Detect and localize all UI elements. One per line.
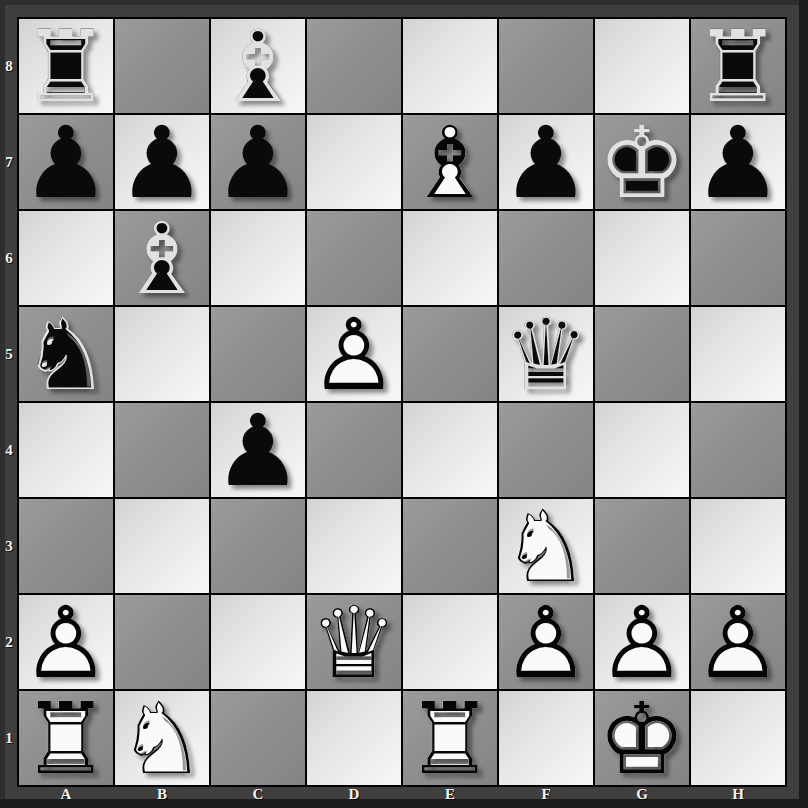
square-e4[interactable]	[402, 402, 498, 498]
piece-fill-glyph: ♛	[498, 306, 594, 402]
square-a2[interactable]: ♟♙	[18, 594, 114, 690]
piece-black-pawn[interactable]: ♟	[18, 114, 114, 210]
square-a6[interactable]	[18, 210, 114, 306]
piece-line-glyph: ♙	[498, 594, 594, 690]
rank-label-3: 3	[0, 498, 18, 594]
rank-label-6: 6	[0, 210, 18, 306]
piece-white-king[interactable]: ♚♔	[594, 690, 690, 786]
piece-line-glyph: ♘	[498, 498, 594, 594]
square-g5[interactable]	[594, 306, 690, 402]
piece-fill-glyph: ♟	[498, 594, 594, 690]
rank-label-2: 2	[0, 594, 18, 690]
square-b8[interactable]	[114, 18, 210, 114]
piece-fill-glyph: ♟	[594, 594, 690, 690]
square-a1[interactable]: ♜♖	[18, 690, 114, 786]
piece-line-glyph: ♖	[18, 690, 114, 786]
square-g1[interactable]: ♚♔	[594, 690, 690, 786]
square-a4[interactable]	[18, 402, 114, 498]
piece-white-pawn[interactable]: ♟♙	[594, 594, 690, 690]
piece-line-glyph: ♖	[18, 18, 114, 114]
square-b7[interactable]: ♟	[114, 114, 210, 210]
piece-fill-glyph: ♟	[114, 114, 210, 210]
piece-black-rook[interactable]: ♜♖	[690, 18, 786, 114]
piece-line-glyph: ♗	[402, 114, 498, 210]
file-label-b: B	[114, 786, 210, 802]
piece-line-glyph: ♗	[210, 18, 306, 114]
square-e6[interactable]	[402, 210, 498, 306]
rank-label-4: 4	[0, 402, 18, 498]
piece-fill-glyph: ♜	[18, 690, 114, 786]
piece-fill-glyph: ♛	[306, 594, 402, 690]
piece-line-glyph: ♙	[306, 306, 402, 402]
rank-labels: 87654321	[0, 18, 18, 786]
file-label-f: F	[498, 786, 594, 802]
file-label-a: A	[18, 786, 114, 802]
square-g8[interactable]	[594, 18, 690, 114]
piece-black-queen[interactable]: ♛♕	[498, 306, 594, 402]
piece-white-pawn[interactable]: ♟♙	[498, 594, 594, 690]
piece-black-bishop[interactable]: ♝♗	[210, 18, 306, 114]
square-h3[interactable]	[690, 498, 786, 594]
piece-white-rook[interactable]: ♜♖	[402, 690, 498, 786]
piece-fill-glyph: ♜	[690, 18, 786, 114]
square-e8[interactable]	[402, 18, 498, 114]
piece-white-rook[interactable]: ♜♖	[18, 690, 114, 786]
piece-fill-glyph: ♟	[18, 114, 114, 210]
square-b6[interactable]: ♝♗	[114, 210, 210, 306]
piece-white-pawn[interactable]: ♟♙	[18, 594, 114, 690]
square-b2[interactable]	[114, 594, 210, 690]
piece-line-glyph: ♙	[690, 594, 786, 690]
piece-line-glyph: ♕	[498, 306, 594, 402]
piece-fill-glyph: ♚	[594, 690, 690, 786]
square-b5[interactable]	[114, 306, 210, 402]
piece-fill-glyph: ♞	[498, 498, 594, 594]
square-b1[interactable]: ♞♘	[114, 690, 210, 786]
square-a3[interactable]	[18, 498, 114, 594]
square-h4[interactable]	[690, 402, 786, 498]
square-g2[interactable]: ♟♙	[594, 594, 690, 690]
square-f2[interactable]: ♟♙	[498, 594, 594, 690]
square-d1[interactable]	[306, 690, 402, 786]
piece-line-glyph: ♘	[114, 690, 210, 786]
square-f1[interactable]	[498, 690, 594, 786]
square-h5[interactable]	[690, 306, 786, 402]
square-a7[interactable]: ♟	[18, 114, 114, 210]
square-c5[interactable]	[210, 306, 306, 402]
rank-label-1: 1	[0, 690, 18, 786]
piece-line-glyph: ♔	[594, 690, 690, 786]
square-c2[interactable]	[210, 594, 306, 690]
square-d5[interactable]: ♟♙	[306, 306, 402, 402]
rank-label-5: 5	[0, 306, 18, 402]
piece-black-pawn[interactable]: ♟	[498, 114, 594, 210]
piece-fill-glyph: ♞	[114, 690, 210, 786]
square-d8[interactable]	[306, 18, 402, 114]
piece-line-glyph: ♔	[594, 114, 690, 210]
square-e7[interactable]: ♝♗	[402, 114, 498, 210]
piece-fill-glyph: ♟	[210, 402, 306, 498]
piece-fill-glyph: ♝	[114, 210, 210, 306]
piece-black-knight[interactable]: ♞♘	[18, 306, 114, 402]
square-e3[interactable]	[402, 498, 498, 594]
square-g3[interactable]	[594, 498, 690, 594]
square-g7[interactable]: ♚♔	[594, 114, 690, 210]
piece-white-knight[interactable]: ♞♘	[114, 690, 210, 786]
square-g4[interactable]	[594, 402, 690, 498]
piece-fill-glyph: ♚	[594, 114, 690, 210]
square-c7[interactable]: ♟	[210, 114, 306, 210]
square-c8[interactable]: ♝♗	[210, 18, 306, 114]
square-h1[interactable]	[690, 690, 786, 786]
piece-white-knight[interactable]: ♞♘	[498, 498, 594, 594]
file-label-g: G	[594, 786, 690, 802]
piece-line-glyph: ♗	[114, 210, 210, 306]
rank-label-8: 8	[0, 18, 18, 114]
piece-white-pawn[interactable]: ♟♙	[306, 306, 402, 402]
piece-fill-glyph: ♝	[402, 114, 498, 210]
piece-black-pawn[interactable]: ♟	[114, 114, 210, 210]
piece-fill-glyph: ♟	[690, 114, 786, 210]
piece-line-glyph: ♕	[306, 594, 402, 690]
square-c6[interactable]	[210, 210, 306, 306]
square-f3[interactable]: ♞♘	[498, 498, 594, 594]
square-b4[interactable]	[114, 402, 210, 498]
square-h2[interactable]: ♟♙	[690, 594, 786, 690]
rank-label-7: 7	[0, 114, 18, 210]
square-f7[interactable]: ♟	[498, 114, 594, 210]
piece-black-pawn[interactable]: ♟	[690, 114, 786, 210]
square-f6[interactable]	[498, 210, 594, 306]
piece-fill-glyph: ♝	[210, 18, 306, 114]
piece-line-glyph: ♖	[402, 690, 498, 786]
square-d7[interactable]	[306, 114, 402, 210]
square-c3[interactable]	[210, 498, 306, 594]
square-d3[interactable]	[306, 498, 402, 594]
square-c4[interactable]: ♟	[210, 402, 306, 498]
piece-black-pawn[interactable]: ♟	[210, 402, 306, 498]
square-f5[interactable]: ♛♕	[498, 306, 594, 402]
square-d4[interactable]	[306, 402, 402, 498]
square-h6[interactable]	[690, 210, 786, 306]
piece-black-rook[interactable]: ♜♖	[18, 18, 114, 114]
square-e5[interactable]	[402, 306, 498, 402]
piece-white-bishop[interactable]: ♝♗	[402, 114, 498, 210]
square-e2[interactable]	[402, 594, 498, 690]
square-g6[interactable]	[594, 210, 690, 306]
square-e1[interactable]: ♜♖	[402, 690, 498, 786]
chessboard-frame: 87654321 ♜♖♝♗♜♖♟♟♟♝♗♟♚♔♟♝♗♞♘♟♙♛♕♟♞♘♟♙♛♕♟…	[0, 0, 808, 808]
piece-fill-glyph: ♟	[498, 114, 594, 210]
piece-white-queen[interactable]: ♛♕	[306, 594, 402, 690]
file-label-d: D	[306, 786, 402, 802]
piece-line-glyph: ♙	[18, 594, 114, 690]
piece-line-glyph: ♘	[18, 306, 114, 402]
piece-fill-glyph: ♜	[18, 18, 114, 114]
piece-black-pawn[interactable]: ♟	[210, 114, 306, 210]
square-d2[interactable]: ♛♕	[306, 594, 402, 690]
piece-line-glyph: ♙	[594, 594, 690, 690]
piece-fill-glyph: ♟	[18, 594, 114, 690]
piece-fill-glyph: ♜	[402, 690, 498, 786]
piece-white-pawn[interactable]: ♟♙	[690, 594, 786, 690]
square-d6[interactable]	[306, 210, 402, 306]
file-label-c: C	[210, 786, 306, 802]
file-label-h: H	[690, 786, 786, 802]
square-a5[interactable]: ♞♘	[18, 306, 114, 402]
piece-fill-glyph: ♟	[306, 306, 402, 402]
square-c1[interactable]	[210, 690, 306, 786]
square-a8[interactable]: ♜♖	[18, 18, 114, 114]
file-labels: ABCDEFGH	[18, 786, 786, 802]
square-b3[interactable]	[114, 498, 210, 594]
square-f8[interactable]	[498, 18, 594, 114]
piece-fill-glyph: ♟	[210, 114, 306, 210]
piece-line-glyph: ♖	[690, 18, 786, 114]
square-h7[interactable]: ♟	[690, 114, 786, 210]
piece-black-bishop[interactable]: ♝♗	[114, 210, 210, 306]
file-label-e: E	[402, 786, 498, 802]
square-f4[interactable]	[498, 402, 594, 498]
chess-board: ♜♖♝♗♜♖♟♟♟♝♗♟♚♔♟♝♗♞♘♟♙♛♕♟♞♘♟♙♛♕♟♙♟♙♟♙♜♖♞♘…	[18, 18, 786, 786]
piece-black-king[interactable]: ♚♔	[594, 114, 690, 210]
piece-fill-glyph: ♞	[18, 306, 114, 402]
piece-fill-glyph: ♟	[690, 594, 786, 690]
square-h8[interactable]: ♜♖	[690, 18, 786, 114]
